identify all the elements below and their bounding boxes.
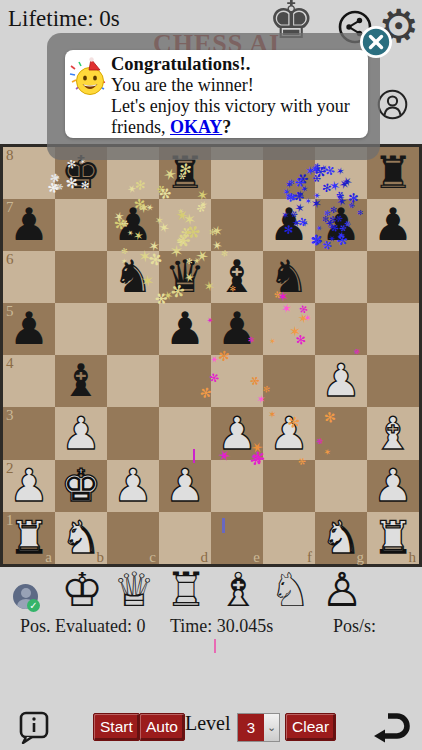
white-pawn-h2: ♟: [367, 460, 419, 512]
square-d2[interactable]: ♟: [159, 460, 211, 512]
square-c3[interactable]: [107, 407, 159, 459]
square-f7[interactable]: ♟: [263, 199, 315, 251]
square-f5[interactable]: [263, 303, 315, 355]
level-value: 3: [238, 714, 264, 741]
square-h1[interactable]: h♜: [367, 512, 419, 564]
black-pawn-g7: ♟: [315, 199, 367, 251]
piece-tray: ♔♕♖♗♘♙: [56, 564, 368, 616]
square-d7[interactable]: [159, 199, 211, 251]
clear-button[interactable]: Clear: [285, 713, 336, 741]
positions-evaluated-label: Pos. Evaluated: 0: [20, 616, 145, 637]
square-h7[interactable]: ♟: [367, 199, 419, 251]
square-g4[interactable]: ♟: [315, 355, 367, 407]
level-label: Level: [185, 712, 231, 735]
square-e3[interactable]: ♟: [211, 407, 263, 459]
square-e1[interactable]: e: [211, 512, 263, 564]
white-knight-b1: ♞: [55, 512, 107, 564]
black-knight-f6: ♞: [263, 251, 315, 303]
square-f2[interactable]: [263, 460, 315, 512]
black-pawn-d5: ♟: [159, 303, 211, 355]
confetti-streak: [214, 639, 216, 653]
tray-bishop-icon[interactable]: ♗: [212, 564, 264, 616]
chess-ai-app: Lifetime: 0s ♚ ⚙ CHESS AI 8♚♜♜7♟♟♟♟♟6♞♛♝…: [0, 0, 422, 750]
black-bishop-e6: ♝: [211, 251, 263, 303]
square-h4[interactable]: [367, 355, 419, 407]
square-a3[interactable]: 3: [3, 407, 55, 459]
square-f6[interactable]: ♞: [263, 251, 315, 303]
square-c1[interactable]: c: [107, 512, 159, 564]
black-pawn-c7: ♟: [107, 199, 159, 251]
square-b3[interactable]: ♟: [55, 407, 107, 459]
square-b4[interactable]: ♝: [55, 355, 107, 407]
square-d6[interactable]: ♛: [159, 251, 211, 303]
square-a5[interactable]: 5♟: [3, 303, 55, 355]
white-rook-a1: ♜: [3, 512, 55, 564]
black-pawn-e5: ♟: [211, 303, 263, 355]
black-pawn-a7: ♟: [3, 199, 55, 251]
tray-queen-icon[interactable]: ♕: [108, 564, 160, 616]
square-h2[interactable]: ♟: [367, 460, 419, 512]
rank-label-8: 8: [6, 147, 14, 164]
black-queen-d6: ♛: [159, 251, 211, 303]
square-b5[interactable]: [55, 303, 107, 355]
white-pawn-d2: ♟: [159, 460, 211, 512]
rank-label-3: 3: [6, 407, 14, 424]
level-select[interactable]: 3 ⌄: [237, 713, 280, 742]
time-label: Time: 30.045s: [170, 616, 273, 637]
tray-rook-icon[interactable]: ♖: [160, 564, 212, 616]
black-pawn-h7: ♟: [367, 199, 419, 251]
square-g7[interactable]: ♟: [315, 199, 367, 251]
square-g5[interactable]: [315, 303, 367, 355]
square-b2[interactable]: ♚: [55, 460, 107, 512]
white-pawn-a2: ♟: [3, 460, 55, 512]
square-g3[interactable]: [315, 407, 367, 459]
auto-button[interactable]: Auto: [139, 713, 185, 741]
square-h3[interactable]: ♝: [367, 407, 419, 459]
white-pawn-g4: ♟: [315, 355, 367, 407]
square-d4[interactable]: [159, 355, 211, 407]
white-bishop-h3: ♝: [367, 407, 419, 459]
square-h6[interactable]: [367, 251, 419, 303]
square-f4[interactable]: [263, 355, 315, 407]
rank-label-4: 4: [6, 355, 14, 372]
square-b7[interactable]: [55, 199, 107, 251]
tray-king-icon[interactable]: ♔: [56, 564, 108, 616]
square-g2[interactable]: [315, 460, 367, 512]
black-pawn-f7: ♟: [263, 199, 315, 251]
square-a7[interactable]: 7♟: [3, 199, 55, 251]
black-knight-c6: ♞: [107, 251, 159, 303]
square-e4[interactable]: [211, 355, 263, 407]
square-g6[interactable]: [315, 251, 367, 303]
square-a4[interactable]: 4: [3, 355, 55, 407]
tray-knight-icon[interactable]: ♘: [264, 564, 316, 616]
chess-board: 8♚♜♜7♟♟♟♟♟6♞♛♝♞5♟♟♟4♝♟3♟♟♟♝2♟♚♟♟♟1a♜b♞cd…: [0, 144, 422, 567]
white-knight-g1: ♞: [315, 512, 367, 564]
dialog-line-winner: You are the winner!: [111, 75, 365, 96]
square-d5[interactable]: ♟: [159, 303, 211, 355]
party-face-emoji: [67, 56, 111, 100]
square-d1[interactable]: d: [159, 512, 211, 564]
square-c6[interactable]: ♞: [107, 251, 159, 303]
square-e6[interactable]: ♝: [211, 251, 263, 303]
rank-label-6: 6: [6, 251, 14, 268]
square-b1[interactable]: b♞: [55, 512, 107, 564]
square-e7[interactable]: [211, 199, 263, 251]
square-c5[interactable]: [107, 303, 159, 355]
dialog-line-friends: friends, OKAY?: [111, 117, 365, 138]
white-rook-h1: ♜: [367, 512, 419, 564]
square-g1[interactable]: g♞: [315, 512, 367, 564]
close-icon[interactable]: [359, 25, 393, 59]
square-e5[interactable]: ♟: [211, 303, 263, 355]
square-d3[interactable]: [159, 407, 211, 459]
square-a8[interactable]: 8: [3, 147, 55, 199]
square-b6[interactable]: [55, 251, 107, 303]
positions-per-second-label: Pos/s:: [333, 616, 376, 637]
square-a6[interactable]: 6: [3, 251, 55, 303]
black-pawn-a5: ♟: [3, 303, 55, 355]
undo-arrow-icon[interactable]: [371, 707, 411, 747]
white-pawn-f3: ♟: [263, 407, 315, 459]
tray-pawn-icon[interactable]: ♙: [316, 564, 368, 616]
white-king-b2: ♚: [55, 460, 107, 512]
white-pawn-c2: ♟: [107, 460, 159, 512]
profile-icon[interactable]: [377, 89, 408, 120]
white-pawn-e3: ♟: [211, 407, 263, 459]
avatar-check-badge: ✓: [27, 599, 40, 612]
square-a2[interactable]: 2♟: [3, 460, 55, 512]
info-icon[interactable]: [17, 710, 51, 744]
square-a1[interactable]: 1a♜: [3, 512, 55, 564]
square-c7[interactable]: ♟: [107, 199, 159, 251]
square-c2[interactable]: ♟: [107, 460, 159, 512]
white-pawn-b3: ♟: [55, 407, 107, 459]
start-button[interactable]: Start: [93, 713, 140, 741]
square-c4[interactable]: [107, 355, 159, 407]
square-f1[interactable]: f: [263, 512, 315, 564]
square-h5[interactable]: [367, 303, 419, 355]
dialog-line-victory: Let's enjoy this victory with your: [111, 96, 365, 117]
dialog-title: Congratulations!.: [111, 54, 365, 75]
chevron-down-icon: ⌄: [264, 714, 279, 741]
square-f3[interactable]: ♟: [263, 407, 315, 459]
black-bishop-b4: ♝: [55, 355, 107, 407]
okay-link[interactable]: OKAY: [170, 117, 222, 137]
victory-dialog: Congratulations!. You are the winner! Le…: [65, 50, 368, 138]
square-e2[interactable]: [211, 460, 263, 512]
